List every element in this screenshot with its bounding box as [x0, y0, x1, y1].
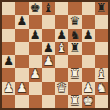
square-b2[interactable]: ♟	[15, 82, 28, 95]
piece-black-knight: ♞	[69, 29, 80, 42]
square-f1[interactable]: ♜	[68, 95, 81, 108]
square-e1[interactable]	[55, 95, 68, 108]
square-h7[interactable]	[95, 15, 108, 28]
square-b5[interactable]	[15, 42, 28, 55]
square-b1[interactable]	[15, 95, 28, 108]
square-e6[interactable]: ♟	[55, 29, 68, 42]
square-a3[interactable]	[2, 68, 15, 81]
piece-white-king: ♚	[83, 95, 94, 108]
piece-black-pawn: ♟	[56, 29, 67, 42]
piece-black-queen: ♛	[69, 15, 80, 28]
square-e5[interactable]: ♝	[55, 42, 68, 55]
piece-white-knight: ♞	[96, 82, 107, 95]
square-g1[interactable]: ♚	[82, 95, 95, 108]
piece-white-queen: ♛	[56, 82, 67, 95]
square-d7[interactable]	[42, 15, 55, 28]
piece-black-pawn: ♟	[3, 55, 14, 68]
square-d1[interactable]	[42, 95, 55, 108]
square-h4[interactable]	[95, 55, 108, 68]
square-c6[interactable]: ♟	[29, 29, 42, 42]
square-c4[interactable]	[29, 55, 42, 68]
piece-black-rook: ♜	[69, 42, 80, 55]
piece-white-bishop: ♝	[96, 68, 107, 81]
square-d6[interactable]	[42, 29, 55, 42]
square-d3[interactable]	[42, 68, 55, 81]
square-g3[interactable]	[82, 68, 95, 81]
piece-white-pawn: ♟	[3, 82, 14, 95]
square-c7[interactable]	[29, 15, 42, 28]
square-a7[interactable]	[2, 15, 15, 28]
piece-black-bishop: ♝	[43, 2, 54, 15]
square-f8[interactable]	[68, 2, 81, 15]
square-e4[interactable]	[55, 55, 68, 68]
chess-board-frame: ♚♝♜♟♛♟♟♞♟♟♝♜♟♟♟♜♝♟♟♛♟♞♜♚	[0, 0, 110, 110]
piece-black-pawn: ♟	[43, 42, 54, 55]
square-g7[interactable]	[82, 15, 95, 28]
square-g6[interactable]: ♟	[82, 29, 95, 42]
square-h8[interactable]: ♜	[95, 2, 108, 15]
piece-white-pawn: ♟	[16, 82, 27, 95]
square-g4[interactable]	[82, 55, 95, 68]
piece-white-rook: ♜	[69, 68, 80, 81]
square-b4[interactable]	[15, 55, 28, 68]
piece-black-pawn: ♟	[16, 15, 27, 28]
square-f2[interactable]	[68, 82, 81, 95]
square-a2[interactable]: ♟	[2, 82, 15, 95]
square-d8[interactable]: ♝	[42, 2, 55, 15]
square-f4[interactable]	[68, 55, 81, 68]
square-f3[interactable]: ♜	[68, 68, 81, 81]
square-b8[interactable]	[15, 2, 28, 15]
square-e3[interactable]	[55, 68, 68, 81]
piece-white-rook: ♜	[69, 95, 80, 108]
square-h6[interactable]	[95, 29, 108, 42]
square-b7[interactable]: ♟	[15, 15, 28, 28]
square-a5[interactable]	[2, 42, 15, 55]
square-g8[interactable]	[82, 2, 95, 15]
square-d2[interactable]	[42, 82, 55, 95]
square-b6[interactable]	[15, 29, 28, 42]
square-f6[interactable]: ♞	[68, 29, 81, 42]
piece-white-bishop: ♝	[56, 42, 67, 55]
piece-black-king: ♚	[30, 2, 41, 15]
square-d5[interactable]: ♟	[42, 42, 55, 55]
square-e8[interactable]	[55, 2, 68, 15]
piece-white-pawn: ♟	[30, 68, 41, 81]
square-h1[interactable]	[95, 95, 108, 108]
square-e2[interactable]: ♛	[55, 82, 68, 95]
square-g5[interactable]	[82, 42, 95, 55]
piece-white-pawn: ♟	[83, 82, 94, 95]
square-a4[interactable]: ♟	[2, 55, 15, 68]
piece-black-pawn: ♟	[30, 29, 41, 42]
square-f5[interactable]: ♜	[68, 42, 81, 55]
square-b3[interactable]	[15, 68, 28, 81]
square-g2[interactable]: ♟	[82, 82, 95, 95]
square-e7[interactable]	[55, 15, 68, 28]
square-a6[interactable]	[2, 29, 15, 42]
square-a8[interactable]	[2, 2, 15, 15]
square-h3[interactable]: ♝	[95, 68, 108, 81]
piece-black-rook: ♜	[96, 2, 107, 15]
square-c8[interactable]: ♚	[29, 2, 42, 15]
square-h5[interactable]	[95, 42, 108, 55]
square-c3[interactable]: ♟	[29, 68, 42, 81]
piece-black-pawn: ♟	[83, 29, 94, 42]
square-c5[interactable]	[29, 42, 42, 55]
square-a1[interactable]	[2, 95, 15, 108]
chess-board: ♚♝♜♟♛♟♟♞♟♟♝♜♟♟♟♜♝♟♟♛♟♞♜♚	[2, 2, 108, 108]
square-f7[interactable]: ♛	[68, 15, 81, 28]
square-h2[interactable]: ♞	[95, 82, 108, 95]
square-d4[interactable]: ♟	[42, 55, 55, 68]
square-c1[interactable]	[29, 95, 42, 108]
piece-white-pawn: ♟	[43, 55, 54, 68]
square-c2[interactable]	[29, 82, 42, 95]
